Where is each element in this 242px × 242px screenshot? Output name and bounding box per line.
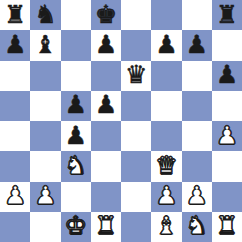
piece-white-king[interactable]: ♚	[64, 213, 86, 238]
square-a7[interactable]: ♟	[0, 30, 30, 60]
square-d7[interactable]: ♟	[91, 30, 121, 60]
square-a1[interactable]	[0, 212, 30, 242]
square-c1[interactable]: ♚	[61, 212, 91, 242]
square-a3[interactable]	[0, 151, 30, 181]
square-g8[interactable]	[182, 0, 212, 30]
square-b4[interactable]	[30, 121, 60, 151]
square-c3[interactable]: ♞	[61, 151, 91, 181]
square-c2[interactable]	[61, 182, 91, 212]
square-b6[interactable]	[30, 61, 60, 91]
square-c4[interactable]: ♟	[61, 121, 91, 151]
piece-white-pawn[interactable]: ♟	[216, 123, 238, 148]
piece-black-pawn[interactable]: ♟	[4, 32, 26, 57]
piece-black-pawn[interactable]: ♟	[95, 32, 117, 57]
square-e6[interactable]: ♛	[121, 61, 151, 91]
square-a2[interactable]: ♟	[0, 182, 30, 212]
square-g1[interactable]: ♞	[182, 212, 212, 242]
square-h3[interactable]	[212, 151, 242, 181]
piece-white-knight[interactable]: ♞	[185, 213, 207, 238]
square-g3[interactable]	[182, 151, 212, 181]
piece-black-pawn[interactable]: ♟	[95, 92, 117, 117]
square-a8[interactable]: ♜	[0, 0, 30, 30]
square-d4[interactable]	[91, 121, 121, 151]
piece-black-pawn[interactable]: ♟	[64, 123, 86, 148]
square-b5[interactable]	[30, 91, 60, 121]
square-h8[interactable]: ♜	[212, 0, 242, 30]
square-d2[interactable]	[91, 182, 121, 212]
square-g6[interactable]	[182, 61, 212, 91]
piece-white-bishop[interactable]: ♝	[155, 213, 177, 238]
square-b3[interactable]	[30, 151, 60, 181]
square-b7[interactable]: ♝	[30, 30, 60, 60]
square-a6[interactable]	[0, 61, 30, 91]
square-d6[interactable]	[91, 61, 121, 91]
square-e7[interactable]	[121, 30, 151, 60]
piece-black-pawn[interactable]: ♟	[155, 32, 177, 57]
piece-white-rook[interactable]: ♜	[216, 213, 238, 238]
square-d3[interactable]	[91, 151, 121, 181]
square-h5[interactable]	[212, 91, 242, 121]
square-b1[interactable]	[30, 212, 60, 242]
piece-white-pawn[interactable]: ♟	[185, 183, 207, 208]
piece-black-queen[interactable]: ♛	[125, 62, 147, 87]
square-f7[interactable]: ♟	[151, 30, 181, 60]
square-g4[interactable]	[182, 121, 212, 151]
square-h1[interactable]: ♜	[212, 212, 242, 242]
chess-board: ♜♞♚♜♟♝♟♟♟♛♟♟♟♟♟♞♛♟♟♟♟♚♜♝♞♜	[0, 0, 242, 242]
square-f2[interactable]: ♟	[151, 182, 181, 212]
square-d5[interactable]: ♟	[91, 91, 121, 121]
square-f3[interactable]: ♛	[151, 151, 181, 181]
square-e8[interactable]	[121, 0, 151, 30]
square-d1[interactable]: ♜	[91, 212, 121, 242]
square-f8[interactable]	[151, 0, 181, 30]
square-f6[interactable]	[151, 61, 181, 91]
piece-white-rook[interactable]: ♜	[95, 213, 117, 238]
piece-black-king[interactable]: ♚	[95, 2, 117, 27]
square-h4[interactable]: ♟	[212, 121, 242, 151]
square-c7[interactable]	[61, 30, 91, 60]
piece-black-bishop[interactable]: ♝	[34, 32, 56, 57]
square-c6[interactable]	[61, 61, 91, 91]
piece-black-knight[interactable]: ♞	[34, 2, 56, 27]
square-e5[interactable]	[121, 91, 151, 121]
piece-white-pawn[interactable]: ♟	[4, 183, 26, 208]
square-c8[interactable]	[61, 0, 91, 30]
piece-white-knight[interactable]: ♞	[64, 153, 86, 178]
square-h2[interactable]	[212, 182, 242, 212]
square-e3[interactable]	[121, 151, 151, 181]
piece-white-pawn[interactable]: ♟	[155, 183, 177, 208]
square-b2[interactable]: ♟	[30, 182, 60, 212]
square-a4[interactable]	[0, 121, 30, 151]
square-e2[interactable]	[121, 182, 151, 212]
square-h6[interactable]: ♟	[212, 61, 242, 91]
square-g5[interactable]	[182, 91, 212, 121]
piece-black-pawn[interactable]: ♟	[185, 32, 207, 57]
square-b8[interactable]: ♞	[30, 0, 60, 30]
square-a5[interactable]	[0, 91, 30, 121]
square-h7[interactable]	[212, 30, 242, 60]
square-d8[interactable]: ♚	[91, 0, 121, 30]
piece-black-pawn[interactable]: ♟	[216, 62, 238, 87]
piece-black-rook[interactable]: ♜	[216, 2, 238, 27]
square-f4[interactable]	[151, 121, 181, 151]
piece-black-rook[interactable]: ♜	[4, 2, 26, 27]
square-g2[interactable]: ♟	[182, 182, 212, 212]
square-g7[interactable]: ♟	[182, 30, 212, 60]
piece-white-queen[interactable]: ♛	[155, 153, 177, 178]
piece-black-pawn[interactable]: ♟	[64, 92, 86, 117]
square-e4[interactable]	[121, 121, 151, 151]
piece-white-pawn[interactable]: ♟	[34, 183, 56, 208]
square-f1[interactable]: ♝	[151, 212, 181, 242]
square-f5[interactable]	[151, 91, 181, 121]
square-c5[interactable]: ♟	[61, 91, 91, 121]
square-e1[interactable]	[121, 212, 151, 242]
